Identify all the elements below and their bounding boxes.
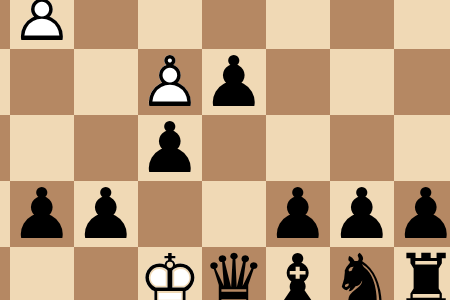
black-pawn[interactable]: ♟ [138,115,202,181]
white-king-outline-glyph: ♔ [138,247,202,300]
square-c2[interactable]: ♟ [74,181,138,247]
square-d4[interactable]: ♟♙ [138,49,202,115]
square-b5[interactable]: ♟♙ [10,0,74,49]
square-f3[interactable] [266,115,330,181]
square-e4[interactable]: ♟ [202,49,266,115]
black-pawn[interactable]: ♟ [202,49,266,115]
black-pawn-glyph: ♟ [10,181,74,247]
square-h5[interactable] [394,0,450,49]
white-pawn[interactable]: ♟♙ [138,49,202,115]
black-knight[interactable]: ♞ [330,247,394,300]
square-f2[interactable]: ♟ [266,181,330,247]
square-a5[interactable] [0,0,10,49]
white-pawn[interactable]: ♟♙ [10,0,74,49]
black-pawn[interactable]: ♟ [330,181,394,247]
square-g3[interactable] [330,115,394,181]
square-a1[interactable] [0,247,10,300]
square-e3[interactable] [202,115,266,181]
square-f5[interactable] [266,0,330,49]
square-h1[interactable]: ♜ [394,247,450,300]
square-b3[interactable] [10,115,74,181]
square-c3[interactable] [74,115,138,181]
square-a4[interactable] [0,49,10,115]
square-f4[interactable] [266,49,330,115]
black-pawn-glyph: ♟ [202,49,266,115]
square-e2[interactable] [202,181,266,247]
square-e1[interactable]: ♛ [202,247,266,300]
black-pawn[interactable]: ♟ [10,181,74,247]
square-f1[interactable]: ♝ [266,247,330,300]
black-pawn[interactable]: ♟ [394,181,450,247]
black-pawn-glyph: ♟ [266,181,330,247]
square-h4[interactable] [394,49,450,115]
square-c1[interactable] [74,247,138,300]
square-g2[interactable]: ♟ [330,181,394,247]
black-rook-glyph: ♜ [394,247,450,300]
square-h2[interactable]: ♟ [394,181,450,247]
square-c4[interactable] [74,49,138,115]
square-g1[interactable]: ♞ [330,247,394,300]
square-a2[interactable] [0,181,10,247]
black-rook[interactable]: ♜ [394,247,450,300]
black-pawn[interactable]: ♟ [266,181,330,247]
black-pawn-glyph: ♟ [330,181,394,247]
square-b4[interactable] [10,49,74,115]
square-g4[interactable] [330,49,394,115]
black-pawn-glyph: ♟ [394,181,450,247]
square-h3[interactable] [394,115,450,181]
white-pawn-outline-glyph: ♙ [138,49,202,115]
white-king[interactable]: ♚♔ [138,247,202,300]
square-d1[interactable]: ♚♔ [138,247,202,300]
square-b1[interactable] [10,247,74,300]
black-knight-glyph: ♞ [330,247,394,300]
black-bishop[interactable]: ♝ [266,247,330,300]
chess-board: ♟♙♟♙♟♟♟♟♟♟♟♚♔♛♝♞♜ [0,0,450,300]
black-queen[interactable]: ♛ [202,247,266,300]
square-a3[interactable] [0,115,10,181]
square-g5[interactable] [330,0,394,49]
black-queen-glyph: ♛ [202,247,266,300]
square-d2[interactable] [138,181,202,247]
square-c5[interactable] [74,0,138,49]
square-d3[interactable]: ♟ [138,115,202,181]
chess-board-viewport: ♟♙♟♙♟♟♟♟♟♟♟♚♔♛♝♞♜ [0,0,450,300]
black-pawn-glyph: ♟ [74,181,138,247]
black-pawn-glyph: ♟ [138,115,202,181]
white-pawn-outline-glyph: ♙ [10,0,74,49]
black-bishop-glyph: ♝ [266,247,330,300]
black-pawn[interactable]: ♟ [74,181,138,247]
square-b2[interactable]: ♟ [10,181,74,247]
